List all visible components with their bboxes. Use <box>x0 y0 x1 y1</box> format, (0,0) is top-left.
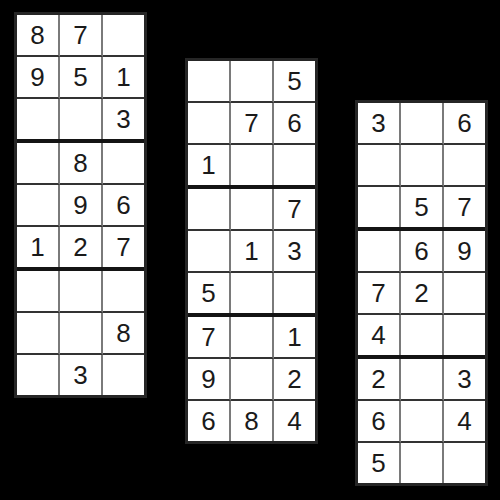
cell-r2c2[interactable]: 7 <box>231 103 274 145</box>
cell-r3c1[interactable] <box>358 187 401 227</box>
cell-r2c2[interactable]: 5 <box>60 57 103 99</box>
box-3: 7192684 <box>188 317 315 441</box>
box-3: 83 <box>17 271 144 395</box>
cell-r8c1[interactable] <box>17 313 60 355</box>
cell-r8c3[interactable]: 2 <box>274 359 315 401</box>
cell-r1c1[interactable] <box>188 61 231 103</box>
cell-r9c3[interactable]: 4 <box>274 401 315 441</box>
cell-r5c2[interactable]: 1 <box>231 231 274 273</box>
cell-r7c2[interactable] <box>60 271 103 313</box>
cell-r9c2[interactable]: 3 <box>60 355 103 395</box>
cell-r8c2[interactable] <box>231 359 274 401</box>
cell-r3c3[interactable]: 3 <box>103 99 144 139</box>
cell-r8c1[interactable]: 6 <box>358 401 401 443</box>
cell-r6c3[interactable] <box>444 315 485 355</box>
cell-r1c2[interactable] <box>401 103 444 145</box>
cell-r7c3[interactable]: 3 <box>444 359 485 401</box>
cell-r3c2[interactable] <box>231 145 274 185</box>
cell-r7c1[interactable]: 2 <box>358 359 401 401</box>
cell-r9c3[interactable] <box>444 443 485 483</box>
cell-r2c3[interactable] <box>444 145 485 187</box>
cell-r7c2[interactable] <box>401 359 444 401</box>
cell-r2c3[interactable]: 1 <box>103 57 144 99</box>
cell-r4c3[interactable]: 7 <box>274 189 315 231</box>
cell-r4c2[interactable]: 6 <box>401 231 444 273</box>
box-1: 879513 <box>17 15 144 143</box>
cell-r8c3[interactable]: 4 <box>444 401 485 443</box>
cell-r3c3[interactable]: 7 <box>444 187 485 227</box>
cell-r7c1[interactable] <box>17 271 60 313</box>
box-3: 23645 <box>358 359 485 483</box>
cell-r6c3[interactable]: 7 <box>103 227 144 267</box>
cell-r1c1[interactable]: 8 <box>17 15 60 57</box>
cell-r6c2[interactable]: 2 <box>60 227 103 267</box>
cell-r6c3[interactable] <box>274 273 315 313</box>
cell-r7c2[interactable] <box>231 317 274 359</box>
cell-r6c2[interactable] <box>401 315 444 355</box>
cell-r6c1[interactable]: 4 <box>358 315 401 355</box>
sudoku-strip-right: 36576972423645 <box>355 100 488 486</box>
cell-r1c3[interactable] <box>103 15 144 57</box>
cell-r9c1[interactable]: 6 <box>188 401 231 441</box>
cell-r4c1[interactable] <box>188 189 231 231</box>
cell-r2c1[interactable]: 9 <box>17 57 60 99</box>
cell-r4c3[interactable]: 9 <box>444 231 485 273</box>
cell-r5c3[interactable]: 3 <box>274 231 315 273</box>
sudoku-strip-middle: 576171357192684 <box>185 58 318 444</box>
cell-r9c2[interactable]: 8 <box>231 401 274 441</box>
cell-r7c3[interactable]: 1 <box>274 317 315 359</box>
cell-r3c1[interactable] <box>17 99 60 139</box>
cell-r4c1[interactable] <box>17 143 60 185</box>
cell-r3c2[interactable] <box>60 99 103 139</box>
cell-r4c3[interactable] <box>103 143 144 185</box>
cell-r1c3[interactable]: 6 <box>444 103 485 145</box>
cell-r8c2[interactable] <box>401 401 444 443</box>
box-1: 5761 <box>188 61 315 189</box>
cell-r9c1[interactable]: 5 <box>358 443 401 483</box>
cell-r4c1[interactable] <box>358 231 401 273</box>
cell-r1c2[interactable]: 7 <box>60 15 103 57</box>
box-2: 69724 <box>358 231 485 359</box>
cell-r3c3[interactable] <box>274 145 315 185</box>
box-1: 3657 <box>358 103 485 231</box>
cell-r1c3[interactable]: 5 <box>274 61 315 103</box>
cell-r9c3[interactable] <box>103 355 144 395</box>
cell-r9c2[interactable] <box>401 443 444 483</box>
cell-r9c1[interactable] <box>17 355 60 395</box>
cell-r2c1[interactable] <box>358 145 401 187</box>
cell-r7c1[interactable]: 7 <box>188 317 231 359</box>
cell-r5c2[interactable]: 9 <box>60 185 103 227</box>
cell-r1c2[interactable] <box>231 61 274 103</box>
cell-r6c2[interactable] <box>231 273 274 313</box>
cell-r2c3[interactable]: 6 <box>274 103 315 145</box>
cell-r5c2[interactable]: 2 <box>401 273 444 315</box>
cell-r8c3[interactable]: 8 <box>103 313 144 355</box>
cell-r7c3[interactable] <box>103 271 144 313</box>
cell-r1c1[interactable]: 3 <box>358 103 401 145</box>
box-2: 896127 <box>17 143 144 271</box>
cell-r8c1[interactable]: 9 <box>188 359 231 401</box>
cell-r5c1[interactable] <box>188 231 231 273</box>
cell-r4c2[interactable]: 8 <box>60 143 103 185</box>
box-2: 7135 <box>188 189 315 317</box>
cell-r5c3[interactable] <box>444 273 485 315</box>
cell-r6c1[interactable]: 1 <box>17 227 60 267</box>
cell-r5c1[interactable]: 7 <box>358 273 401 315</box>
cell-r2c2[interactable] <box>401 145 444 187</box>
cell-r3c2[interactable]: 5 <box>401 187 444 227</box>
cell-r3c1[interactable]: 1 <box>188 145 231 185</box>
sudoku-strip-left: 87951389612783 <box>14 12 147 398</box>
cell-r6c1[interactable]: 5 <box>188 273 231 313</box>
cell-r5c1[interactable] <box>17 185 60 227</box>
cell-r2c1[interactable] <box>188 103 231 145</box>
cell-r8c2[interactable] <box>60 313 103 355</box>
cell-r5c3[interactable]: 6 <box>103 185 144 227</box>
cell-r4c2[interactable] <box>231 189 274 231</box>
